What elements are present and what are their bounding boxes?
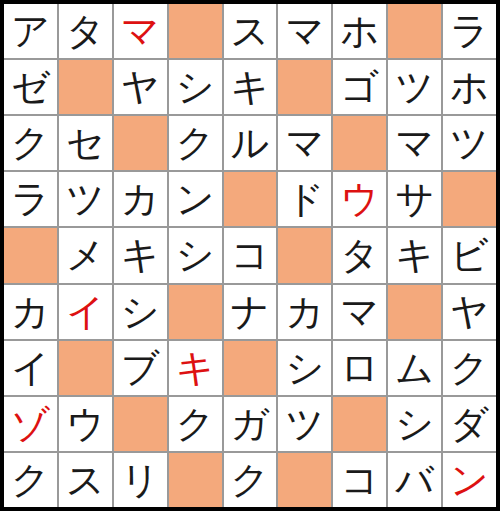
cell-r2c3[interactable]: ヤ xyxy=(114,60,167,114)
cell-r2c7[interactable]: ゴ xyxy=(333,60,386,114)
cell-r6c7[interactable]: マ xyxy=(333,285,386,339)
cell-r3c6[interactable]: マ xyxy=(278,116,331,170)
cell-r3c2[interactable]: セ xyxy=(59,116,112,170)
cell-r8c5[interactable]: ガ xyxy=(224,397,277,451)
blocked-cell-r4c5 xyxy=(224,172,277,226)
crossword-puzzle: アタマスマホラゼヤシキゴツホクセクルママツラツカンドウサメキシコタキビカイシナカ… xyxy=(0,0,500,511)
blocked-cell-r1c8 xyxy=(388,4,441,58)
cell-r4c6[interactable]: ド xyxy=(278,172,331,226)
cell-r6c3[interactable]: シ xyxy=(114,285,167,339)
blocked-cell-r1c4 xyxy=(169,4,222,58)
cell-r3c8[interactable]: マ xyxy=(388,116,441,170)
cell-r8c8[interactable]: シ xyxy=(388,397,441,451)
cell-r7c4[interactable]: キ xyxy=(169,341,222,395)
blocked-cell-r6c8 xyxy=(388,285,441,339)
cell-r5c9[interactable]: ビ xyxy=(443,228,496,282)
blocked-cell-r3c3 xyxy=(114,116,167,170)
cell-r8c9[interactable]: ダ xyxy=(443,397,496,451)
cell-r1c7[interactable]: ホ xyxy=(333,4,386,58)
blocked-cell-r8c3 xyxy=(114,397,167,451)
crossword-board: アタマスマホラゼヤシキゴツホクセクルママツラツカンドウサメキシコタキビカイシナカ… xyxy=(0,0,500,511)
cell-r4c8[interactable]: サ xyxy=(388,172,441,226)
cell-r2c5[interactable]: キ xyxy=(224,60,277,114)
cell-r3c5[interactable]: ル xyxy=(224,116,277,170)
cell-r9c3[interactable]: リ xyxy=(114,453,167,507)
blocked-cell-r7c2 xyxy=(59,341,112,395)
cell-r9c2[interactable]: ス xyxy=(59,453,112,507)
blocked-cell-r9c4 xyxy=(169,453,222,507)
cell-r7c1[interactable]: イ xyxy=(4,341,57,395)
cell-r7c6[interactable]: シ xyxy=(278,341,331,395)
cell-r5c4[interactable]: シ xyxy=(169,228,222,282)
blocked-cell-r6c4 xyxy=(169,285,222,339)
blocked-cell-r2c2 xyxy=(59,60,112,114)
cell-r5c2[interactable]: メ xyxy=(59,228,112,282)
cell-r2c9[interactable]: ホ xyxy=(443,60,496,114)
cell-r6c6[interactable]: カ xyxy=(278,285,331,339)
cell-r4c2[interactable]: ツ xyxy=(59,172,112,226)
cell-r1c6[interactable]: マ xyxy=(278,4,331,58)
cell-r5c5[interactable]: コ xyxy=(224,228,277,282)
cell-r2c1[interactable]: ゼ xyxy=(4,60,57,114)
cell-r1c9[interactable]: ラ xyxy=(443,4,496,58)
cell-r6c5[interactable]: ナ xyxy=(224,285,277,339)
cell-r3c4[interactable]: ク xyxy=(169,116,222,170)
cell-r8c4[interactable]: ク xyxy=(169,397,222,451)
blocked-cell-r9c6 xyxy=(278,453,331,507)
cell-r4c1[interactable]: ラ xyxy=(4,172,57,226)
cell-r4c3[interactable]: カ xyxy=(114,172,167,226)
blocked-cell-r3c7 xyxy=(333,116,386,170)
cell-r9c5[interactable]: ク xyxy=(224,453,277,507)
cell-r8c6[interactable]: ツ xyxy=(278,397,331,451)
cell-r9c8[interactable]: バ xyxy=(388,453,441,507)
cell-r8c1[interactable]: ゾ xyxy=(4,397,57,451)
cell-r6c2[interactable]: イ xyxy=(59,285,112,339)
blocked-cell-r8c7 xyxy=(333,397,386,451)
cell-r7c9[interactable]: ク xyxy=(443,341,496,395)
cell-r4c7[interactable]: ウ xyxy=(333,172,386,226)
cell-r6c1[interactable]: カ xyxy=(4,285,57,339)
cell-r9c9[interactable]: ン xyxy=(443,453,496,507)
cell-r9c1[interactable]: ク xyxy=(4,453,57,507)
cell-r1c3[interactable]: マ xyxy=(114,4,167,58)
cell-r2c8[interactable]: ツ xyxy=(388,60,441,114)
cell-r8c2[interactable]: ウ xyxy=(59,397,112,451)
cell-r5c8[interactable]: キ xyxy=(388,228,441,282)
cell-r1c1[interactable]: ア xyxy=(4,4,57,58)
cell-r6c9[interactable]: ヤ xyxy=(443,285,496,339)
cell-r7c7[interactable]: ロ xyxy=(333,341,386,395)
blocked-cell-r7c5 xyxy=(224,341,277,395)
cell-r1c5[interactable]: ス xyxy=(224,4,277,58)
cell-r2c4[interactable]: シ xyxy=(169,60,222,114)
cell-r4c4[interactable]: ン xyxy=(169,172,222,226)
cell-r5c3[interactable]: キ xyxy=(114,228,167,282)
cell-r3c9[interactable]: ツ xyxy=(443,116,496,170)
cell-r5c7[interactable]: タ xyxy=(333,228,386,282)
blocked-cell-r5c1 xyxy=(4,228,57,282)
blocked-cell-r5c6 xyxy=(278,228,331,282)
blocked-cell-r2c6 xyxy=(278,60,331,114)
cell-r3c1[interactable]: ク xyxy=(4,116,57,170)
cell-r1c2[interactable]: タ xyxy=(59,4,112,58)
cell-r9c7[interactable]: コ xyxy=(333,453,386,507)
cell-r7c3[interactable]: ブ xyxy=(114,341,167,395)
cell-r7c8[interactable]: ム xyxy=(388,341,441,395)
blocked-cell-r4c9 xyxy=(443,172,496,226)
